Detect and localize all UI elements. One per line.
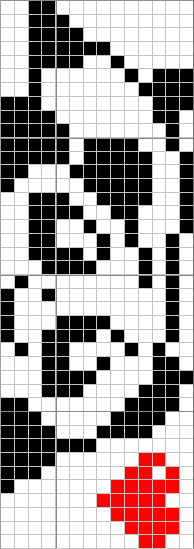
cell-r18-c3 <box>42 248 55 261</box>
cell-r3-c7 <box>97 42 110 55</box>
cell-r15-c1 <box>15 206 28 219</box>
cell-r24-c1 <box>15 330 28 343</box>
cell-r30-c12 <box>166 412 179 425</box>
cell-r5-c3 <box>42 69 55 82</box>
cell-r28-c6 <box>84 385 97 398</box>
cell-r6-c2 <box>29 83 42 96</box>
cell-r28-c12 <box>166 385 179 398</box>
cell-r14-c9 <box>125 193 138 206</box>
cell-r30-c2 <box>29 412 42 425</box>
cell-r5-c10 <box>139 69 152 82</box>
cell-r34-c1 <box>15 467 28 480</box>
cell-r28-c9 <box>125 385 138 398</box>
cell-r35-c8 <box>111 480 124 493</box>
cell-r17-c2 <box>29 234 42 247</box>
cell-r11-c7 <box>97 152 110 165</box>
cell-r19-c7 <box>97 261 110 274</box>
cell-r1-c3 <box>42 15 55 28</box>
cell-r25-c12 <box>166 343 179 356</box>
cell-r16-c4 <box>56 220 69 233</box>
cell-r1-c4 <box>56 15 69 28</box>
cell-r22-c1 <box>15 302 28 315</box>
cell-r27-c5 <box>70 371 83 384</box>
cell-r9-c8 <box>111 124 124 137</box>
cell-r16-c12 <box>166 220 179 233</box>
cell-r14-c11 <box>153 193 166 206</box>
cell-r21-c1 <box>15 289 28 302</box>
cell-r39-c9 <box>125 535 138 548</box>
cell-r33-c3 <box>42 453 55 466</box>
cell-r32-c9 <box>125 439 138 452</box>
cell-r2-c10 <box>139 28 152 41</box>
cell-r27-c2 <box>29 371 42 384</box>
cell-r28-c11 <box>153 385 166 398</box>
cell-r3-c6 <box>84 42 97 55</box>
cell-r23-c5 <box>70 316 83 329</box>
cell-r25-c10 <box>139 343 152 356</box>
cell-r27-c11 <box>153 371 166 384</box>
cell-r23-c12 <box>166 316 179 329</box>
cell-r6-c12 <box>166 83 179 96</box>
cell-r8-c7 <box>97 111 110 124</box>
cell-r14-c13 <box>180 193 193 206</box>
cell-r13-c8 <box>111 179 124 192</box>
cell-r5-c11 <box>153 69 166 82</box>
cell-r36-c0 <box>1 494 14 507</box>
cell-r21-c7 <box>97 289 110 302</box>
cell-r30-c5 <box>70 412 83 425</box>
cell-r23-c8 <box>111 316 124 329</box>
cell-r18-c7 <box>97 248 110 261</box>
cell-r1-c10 <box>139 15 152 28</box>
cell-r19-c13 <box>180 261 193 274</box>
cell-r3-c11 <box>153 42 166 55</box>
cell-r18-c8 <box>111 248 124 261</box>
cell-r1-c11 <box>153 15 166 28</box>
cell-r4-c7 <box>97 56 110 69</box>
cell-r16-c8 <box>111 220 124 233</box>
cell-r31-c9 <box>125 426 138 439</box>
cell-r27-c8 <box>111 371 124 384</box>
cell-r38-c1 <box>15 522 28 535</box>
cell-r22-c8 <box>111 302 124 315</box>
cell-r28-c10 <box>139 385 152 398</box>
cell-r33-c8 <box>111 453 124 466</box>
cell-r3-c9 <box>125 42 138 55</box>
cell-r13-c10 <box>139 179 152 192</box>
cell-r4-c3 <box>42 56 55 69</box>
cell-r19-c2 <box>29 261 42 274</box>
cell-r6-c5 <box>70 83 83 96</box>
cell-r36-c12 <box>166 494 179 507</box>
cell-r20-c5 <box>70 275 83 288</box>
cell-r36-c10 <box>139 494 152 507</box>
cell-r16-c0 <box>1 220 14 233</box>
cell-r16-c1 <box>15 220 28 233</box>
cell-r10-c0 <box>1 138 14 151</box>
cell-r5-c12 <box>166 69 179 82</box>
cell-r5-c13 <box>180 69 193 82</box>
cell-r33-c0 <box>1 453 14 466</box>
cell-r8-c6 <box>84 111 97 124</box>
cell-r34-c13 <box>180 467 193 480</box>
cell-r9-c5 <box>70 124 83 137</box>
cell-r37-c11 <box>153 508 166 521</box>
cell-r37-c9 <box>125 508 138 521</box>
cell-r38-c11 <box>153 522 166 535</box>
cell-r21-c6 <box>84 289 97 302</box>
cell-r15-c4 <box>56 206 69 219</box>
cell-r7-c0 <box>1 97 14 110</box>
cell-r13-c1 <box>15 179 28 192</box>
cell-r9-c0 <box>1 124 14 137</box>
cell-r1-c2 <box>29 15 42 28</box>
cell-r37-c8 <box>111 508 124 521</box>
cell-r4-c1 <box>15 56 28 69</box>
cell-r25-c5 <box>70 343 83 356</box>
cell-r20-c12 <box>166 275 179 288</box>
cell-r36-c4 <box>56 494 69 507</box>
cell-r32-c8 <box>111 439 124 452</box>
cell-r33-c1 <box>15 453 28 466</box>
cell-r34-c9 <box>125 467 138 480</box>
cell-r7-c12 <box>166 97 179 110</box>
cell-r8-c4 <box>56 111 69 124</box>
cell-r31-c12 <box>166 426 179 439</box>
cell-r25-c8 <box>111 343 124 356</box>
cell-r24-c4 <box>56 330 69 343</box>
cell-r23-c13 <box>180 316 193 329</box>
cell-r19-c3 <box>42 261 55 274</box>
cell-r10-c4 <box>56 138 69 151</box>
cell-r12-c1 <box>15 165 28 178</box>
cell-r27-c13 <box>180 371 193 384</box>
cell-r24-c5 <box>70 330 83 343</box>
cell-r4-c2 <box>29 56 42 69</box>
cell-r3-c5 <box>70 42 83 55</box>
cell-r8-c13 <box>180 111 193 124</box>
cell-r0-c7 <box>97 1 110 14</box>
cell-r34-c4 <box>56 467 69 480</box>
cell-r21-c8 <box>111 289 124 302</box>
cell-r33-c4 <box>56 453 69 466</box>
cell-r2-c2 <box>29 28 42 41</box>
cell-r21-c11 <box>153 289 166 302</box>
cell-r2-c4 <box>56 28 69 41</box>
cell-r8-c11 <box>153 111 166 124</box>
cell-r35-c4 <box>56 480 69 493</box>
cell-r6-c1 <box>15 83 28 96</box>
cell-r0-c12 <box>166 1 179 14</box>
cell-r11-c13 <box>180 152 193 165</box>
cell-r37-c5 <box>70 508 83 521</box>
cell-r12-c12 <box>166 165 179 178</box>
cell-r29-c11 <box>153 398 166 411</box>
cell-r10-c3 <box>42 138 55 151</box>
cell-r27-c6 <box>84 371 97 384</box>
cell-r26-c2 <box>29 357 42 370</box>
cell-r39-c5 <box>70 535 83 548</box>
cell-r22-c2 <box>29 302 42 315</box>
cell-r7-c8 <box>111 97 124 110</box>
cell-r5-c7 <box>97 69 110 82</box>
cell-r9-c13 <box>180 124 193 137</box>
cell-r20-c10 <box>139 275 152 288</box>
cell-r1-c5 <box>70 15 83 28</box>
cell-r31-c6 <box>84 426 97 439</box>
cell-r20-c0 <box>1 275 14 288</box>
cell-r34-c2 <box>29 467 42 480</box>
cell-r39-c13 <box>180 535 193 548</box>
cell-r15-c5 <box>70 206 83 219</box>
cell-r36-c7 <box>97 494 110 507</box>
cell-r33-c11 <box>153 453 166 466</box>
cell-r26-c13 <box>180 357 193 370</box>
cell-r20-c8 <box>111 275 124 288</box>
cell-r27-c12 <box>166 371 179 384</box>
cell-r12-c7 <box>97 165 110 178</box>
cell-r24-c10 <box>139 330 152 343</box>
cell-r16-c9 <box>125 220 138 233</box>
cell-r14-c5 <box>70 193 83 206</box>
cell-r38-c7 <box>97 522 110 535</box>
cell-r0-c8 <box>111 1 124 14</box>
cell-r30-c6 <box>84 412 97 425</box>
cell-r26-c4 <box>56 357 69 370</box>
cell-r36-c13 <box>180 494 193 507</box>
cell-r37-c10 <box>139 508 152 521</box>
cell-r12-c8 <box>111 165 124 178</box>
cell-r2-c7 <box>97 28 110 41</box>
cell-r30-c1 <box>15 412 28 425</box>
cell-r9-c9 <box>125 124 138 137</box>
cell-r1-c0 <box>1 15 14 28</box>
cell-r6-c10 <box>139 83 152 96</box>
cell-r2-c13 <box>180 28 193 41</box>
cell-r17-c9 <box>125 234 138 247</box>
cell-r16-c13 <box>180 220 193 233</box>
cell-r11-c10 <box>139 152 152 165</box>
cell-r17-c5 <box>70 234 83 247</box>
cell-r34-c7 <box>97 467 110 480</box>
cell-r28-c0 <box>1 385 14 398</box>
cell-r12-c11 <box>153 165 166 178</box>
cell-r1-c9 <box>125 15 138 28</box>
cell-r11-c11 <box>153 152 166 165</box>
cell-r23-c6 <box>84 316 97 329</box>
cell-r24-c7 <box>97 330 110 343</box>
cell-r3-c8 <box>111 42 124 55</box>
cell-r29-c4 <box>56 398 69 411</box>
cell-r27-c10 <box>139 371 152 384</box>
cell-r12-c5 <box>70 165 83 178</box>
cell-r4-c4 <box>56 56 69 69</box>
cell-r14-c3 <box>42 193 55 206</box>
cell-r1-c13 <box>180 15 193 28</box>
cell-r4-c0 <box>1 56 14 69</box>
cell-r39-c2 <box>29 535 42 548</box>
cell-r34-c8 <box>111 467 124 480</box>
cell-r32-c13 <box>180 439 193 452</box>
cell-r33-c12 <box>166 453 179 466</box>
cell-r6-c9 <box>125 83 138 96</box>
cell-r38-c6 <box>84 522 97 535</box>
cell-r7-c13 <box>180 97 193 110</box>
cell-r13-c11 <box>153 179 166 192</box>
cell-r30-c8 <box>111 412 124 425</box>
cell-r36-c5 <box>70 494 83 507</box>
cell-r14-c2 <box>29 193 42 206</box>
cell-r39-c12 <box>166 535 179 548</box>
cell-r14-c6 <box>84 193 97 206</box>
cell-r17-c10 <box>139 234 152 247</box>
cell-r28-c8 <box>111 385 124 398</box>
cell-r37-c4 <box>56 508 69 521</box>
cell-r21-c2 <box>29 289 42 302</box>
cell-r28-c3 <box>42 385 55 398</box>
cell-r28-c4 <box>56 385 69 398</box>
cell-r8-c10 <box>139 111 152 124</box>
cell-r14-c12 <box>166 193 179 206</box>
cell-r24-c12 <box>166 330 179 343</box>
cell-r15-c0 <box>1 206 14 219</box>
cell-r16-c7 <box>97 220 110 233</box>
cell-r34-c5 <box>70 467 83 480</box>
cell-r19-c6 <box>84 261 97 274</box>
cell-r31-c1 <box>15 426 28 439</box>
cell-r7-c11 <box>153 97 166 110</box>
cell-r15-c3 <box>42 206 55 219</box>
cell-r0-c4 <box>56 1 69 14</box>
cell-r2-c1 <box>15 28 28 41</box>
cell-r18-c0 <box>1 248 14 261</box>
cell-r39-c8 <box>111 535 124 548</box>
cell-r24-c11 <box>153 330 166 343</box>
cell-r0-c9 <box>125 1 138 14</box>
cell-r7-c6 <box>84 97 97 110</box>
cell-r23-c1 <box>15 316 28 329</box>
cell-r11-c0 <box>1 152 14 165</box>
cell-r18-c11 <box>153 248 166 261</box>
cell-r19-c0 <box>1 261 14 274</box>
cell-r28-c5 <box>70 385 83 398</box>
cell-r18-c9 <box>125 248 138 261</box>
cell-r15-c8 <box>111 206 124 219</box>
cell-r13-c12 <box>166 179 179 192</box>
cell-r20-c3 <box>42 275 55 288</box>
cell-r32-c5 <box>70 439 83 452</box>
cell-r15-c7 <box>97 206 110 219</box>
cell-r11-c8 <box>111 152 124 165</box>
cell-r23-c0 <box>1 316 14 329</box>
cell-r39-c7 <box>97 535 110 548</box>
cell-r16-c5 <box>70 220 83 233</box>
cell-r32-c11 <box>153 439 166 452</box>
cell-r4-c6 <box>84 56 97 69</box>
cell-r37-c2 <box>29 508 42 521</box>
cell-r13-c3 <box>42 179 55 192</box>
cell-r28-c7 <box>97 385 110 398</box>
cell-r36-c2 <box>29 494 42 507</box>
cell-r34-c10 <box>139 467 152 480</box>
cell-r16-c10 <box>139 220 152 233</box>
cell-r7-c7 <box>97 97 110 110</box>
cell-r0-c5 <box>70 1 83 14</box>
cell-r29-c9 <box>125 398 138 411</box>
cell-r18-c12 <box>166 248 179 261</box>
cell-r37-c13 <box>180 508 193 521</box>
cell-r36-c1 <box>15 494 28 507</box>
cell-r10-c13 <box>180 138 193 151</box>
cell-r19-c1 <box>15 261 28 274</box>
cell-r3-c2 <box>29 42 42 55</box>
cell-r13-c2 <box>29 179 42 192</box>
cell-r2-c6 <box>84 28 97 41</box>
cell-r11-c4 <box>56 152 69 165</box>
cell-r12-c4 <box>56 165 69 178</box>
cell-r4-c12 <box>166 56 179 69</box>
cell-r25-c2 <box>29 343 42 356</box>
cell-r25-c4 <box>56 343 69 356</box>
cell-r27-c7 <box>97 371 110 384</box>
cell-r32-c7 <box>97 439 110 452</box>
cell-r35-c7 <box>97 480 110 493</box>
cell-r26-c3 <box>42 357 55 370</box>
cell-r14-c7 <box>97 193 110 206</box>
cell-r11-c1 <box>15 152 28 165</box>
cell-r22-c11 <box>153 302 166 315</box>
cell-r39-c0 <box>1 535 14 548</box>
cell-r15-c13 <box>180 206 193 219</box>
cell-r23-c9 <box>125 316 138 329</box>
cell-r20-c11 <box>153 275 166 288</box>
cell-r36-c11 <box>153 494 166 507</box>
cell-r25-c13 <box>180 343 193 356</box>
cell-r5-c9 <box>125 69 138 82</box>
cell-r14-c4 <box>56 193 69 206</box>
cell-r8-c12 <box>166 111 179 124</box>
cell-r30-c11 <box>153 412 166 425</box>
cell-r30-c0 <box>1 412 14 425</box>
cell-r27-c0 <box>1 371 14 384</box>
cell-r31-c3 <box>42 426 55 439</box>
cell-r19-c4 <box>56 261 69 274</box>
cell-r13-c9 <box>125 179 138 192</box>
cell-r29-c5 <box>70 398 83 411</box>
cell-r18-c5 <box>70 248 83 261</box>
cell-r19-c8 <box>111 261 124 274</box>
cell-r6-c6 <box>84 83 97 96</box>
cell-r6-c7 <box>97 83 110 96</box>
cell-r33-c5 <box>70 453 83 466</box>
cell-r20-c7 <box>97 275 110 288</box>
cell-r4-c13 <box>180 56 193 69</box>
cell-r23-c7 <box>97 316 110 329</box>
cell-r1-c1 <box>15 15 28 28</box>
cell-r24-c6 <box>84 330 97 343</box>
cell-r34-c6 <box>84 467 97 480</box>
cell-r17-c4 <box>56 234 69 247</box>
cell-r33-c2 <box>29 453 42 466</box>
cell-r21-c3 <box>42 289 55 302</box>
cell-r22-c3 <box>42 302 55 315</box>
cell-r13-c13 <box>180 179 193 192</box>
cell-r25-c9 <box>125 343 138 356</box>
cell-r13-c4 <box>56 179 69 192</box>
cell-r30-c9 <box>125 412 138 425</box>
cell-r6-c13 <box>180 83 193 96</box>
cell-r30-c4 <box>56 412 69 425</box>
